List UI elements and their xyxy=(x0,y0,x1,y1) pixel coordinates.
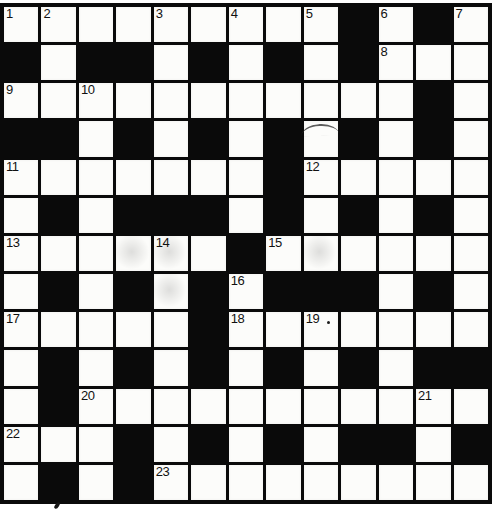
clue-number: 21 xyxy=(418,389,431,404)
cell-r7c2[interactable] xyxy=(41,236,75,271)
clue-number: 18 xyxy=(231,312,244,327)
cell-r8c9-block xyxy=(304,274,338,309)
clue-number: 8 xyxy=(381,45,388,60)
clue-number: 4 xyxy=(231,7,238,22)
clue-number: 22 xyxy=(6,427,19,442)
cell-r9c11[interactable] xyxy=(379,312,413,347)
cell-r12c4-block xyxy=(116,427,150,462)
cell-r11c8[interactable] xyxy=(266,389,300,424)
cell-r8c13[interactable] xyxy=(454,274,488,309)
cell-r11c1[interactable] xyxy=(4,389,38,424)
cell-r3c13[interactable] xyxy=(454,83,488,118)
cell-r7c6[interactable] xyxy=(191,236,225,271)
cell-r3c6[interactable] xyxy=(191,83,225,118)
clue-number: 9 xyxy=(6,83,13,98)
pencil-scribble xyxy=(300,123,338,137)
cell-r6c2-block xyxy=(41,198,75,233)
cell-r8c8-block xyxy=(266,274,300,309)
cell-r2c9[interactable] xyxy=(304,45,338,80)
cell-r7c12[interactable] xyxy=(416,236,450,271)
cell-r12c5[interactable] xyxy=(154,427,188,462)
cell-r11c11[interactable] xyxy=(379,389,413,424)
cell-r9c5[interactable] xyxy=(154,312,188,347)
cell-r4c10-block xyxy=(341,121,375,156)
cell-r1c8[interactable] xyxy=(266,7,300,42)
cell-r6c9[interactable] xyxy=(304,198,338,233)
cell-r13c4-block xyxy=(116,465,150,500)
cell-r11c13[interactable] xyxy=(454,389,488,424)
cell-r10c8-block xyxy=(266,350,300,385)
crossword-grid: 1234567891011121314151617181920212223 xyxy=(0,3,492,504)
cell-r12c10-block xyxy=(341,427,375,462)
cell-r13c6[interactable] xyxy=(191,465,225,500)
cell-r6c6-block xyxy=(191,198,225,233)
cell-r9c12[interactable] xyxy=(416,312,450,347)
cell-r13c11[interactable] xyxy=(379,465,413,500)
clue-number: 12 xyxy=(306,160,319,175)
cell-r11c6[interactable] xyxy=(191,389,225,424)
cell-r9c6-block xyxy=(191,312,225,347)
cell-r7c7-block xyxy=(229,236,263,271)
cell-r10c2-block xyxy=(41,350,75,385)
cell-r2c13[interactable] xyxy=(454,45,488,80)
clue-number: 19 xyxy=(306,312,319,327)
cell-r6c13[interactable] xyxy=(454,198,488,233)
cell-r3c5[interactable] xyxy=(154,83,188,118)
cell-r2c3-block xyxy=(79,45,113,80)
cell-r8c6-block xyxy=(191,274,225,309)
clue-number: 10 xyxy=(81,83,94,98)
cell-r10c5[interactable] xyxy=(154,350,188,385)
cell-r4c6-block xyxy=(191,121,225,156)
cell-r11c7[interactable] xyxy=(229,389,263,424)
cell-r3c10[interactable] xyxy=(341,83,375,118)
cell-r10c11[interactable] xyxy=(379,350,413,385)
cell-r3c2[interactable] xyxy=(41,83,75,118)
cell-r12c11-block xyxy=(379,427,413,462)
cell-r5c1[interactable]: 11 xyxy=(4,160,38,195)
cell-r4c3[interactable] xyxy=(79,121,113,156)
cell-r4c2-block xyxy=(41,121,75,156)
cell-r12c8-block xyxy=(266,427,300,462)
cell-r1c5[interactable]: 3 xyxy=(154,7,188,42)
cell-r12c13-block xyxy=(454,427,488,462)
cell-r1c7[interactable]: 4 xyxy=(229,7,263,42)
cell-r4c1-block xyxy=(4,121,38,156)
clue-number: 1 xyxy=(6,7,13,22)
cell-r4c13[interactable] xyxy=(454,121,488,156)
cell-r12c9[interactable] xyxy=(304,427,338,462)
cell-r3c8[interactable] xyxy=(266,83,300,118)
clue-number: 5 xyxy=(306,7,313,22)
cell-r4c12-block xyxy=(416,121,450,156)
cell-r6c11[interactable] xyxy=(379,198,413,233)
cell-r3c3[interactable]: 10 xyxy=(79,83,113,118)
cell-r3c12-block xyxy=(416,83,450,118)
cell-r2c5[interactable] xyxy=(154,45,188,80)
cell-r6c10-block xyxy=(341,198,375,233)
cell-r5c10[interactable] xyxy=(341,160,375,195)
cell-r8c11[interactable] xyxy=(379,274,413,309)
cell-r7c8[interactable]: 15 xyxy=(266,236,300,271)
clue-number: 17 xyxy=(6,312,19,327)
clue-number: 6 xyxy=(381,7,388,22)
clue-number: 23 xyxy=(156,465,169,480)
cell-r10c3[interactable] xyxy=(79,350,113,385)
cell-r6c4-block xyxy=(116,198,150,233)
cell-r9c4[interactable] xyxy=(116,312,150,347)
clue-number: 2 xyxy=(43,7,50,22)
cell-r2c2[interactable] xyxy=(41,45,75,80)
cell-r2c4-block xyxy=(116,45,150,80)
cell-r9c8[interactable] xyxy=(266,312,300,347)
clue-number: 11 xyxy=(6,160,19,175)
cell-r7c11[interactable] xyxy=(379,236,413,271)
cell-r13c5[interactable]: 23 xyxy=(154,465,188,500)
cell-r1c13[interactable]: 7 xyxy=(454,7,488,42)
clue-number: 3 xyxy=(156,7,163,22)
cell-r5c7[interactable] xyxy=(229,160,263,195)
cell-r5c3[interactable] xyxy=(79,160,113,195)
cell-r2c8-block xyxy=(266,45,300,80)
cell-r6c7[interactable] xyxy=(229,198,263,233)
cell-r4c7[interactable] xyxy=(229,121,263,156)
cell-r7c1[interactable]: 13 xyxy=(4,236,38,271)
cell-r5c12[interactable] xyxy=(416,160,450,195)
cell-r2c10-block xyxy=(341,45,375,80)
cell-r1c2[interactable]: 2 xyxy=(41,7,75,42)
cell-r5c9[interactable]: 12 xyxy=(304,160,338,195)
cell-r9c10[interactable] xyxy=(341,312,375,347)
cell-r13c9[interactable] xyxy=(304,465,338,500)
cell-r2c1-block xyxy=(4,45,38,80)
cell-r11c2-block xyxy=(41,389,75,424)
cell-r4c5[interactable] xyxy=(154,121,188,156)
cell-r7c10[interactable] xyxy=(341,236,375,271)
cell-r9c1[interactable]: 17 xyxy=(4,312,38,347)
cell-r9c2[interactable] xyxy=(41,312,75,347)
cell-r5c2[interactable] xyxy=(41,160,75,195)
cell-r10c9[interactable] xyxy=(304,350,338,385)
cell-r10c4-block xyxy=(116,350,150,385)
cell-r8c7[interactable]: 16 xyxy=(229,274,263,309)
cell-r9c9[interactable]: 19 xyxy=(304,312,338,347)
cell-r7c13[interactable] xyxy=(454,236,488,271)
clue-number: 7 xyxy=(456,7,463,22)
cell-r11c3[interactable]: 20 xyxy=(79,389,113,424)
cell-r13c10[interactable] xyxy=(341,465,375,500)
cell-r13c1[interactable] xyxy=(4,465,38,500)
cell-r11c9[interactable] xyxy=(304,389,338,424)
cell-r1c4[interactable] xyxy=(116,7,150,42)
cell-r5c4[interactable] xyxy=(116,160,150,195)
cell-r1c11[interactable]: 6 xyxy=(379,7,413,42)
cell-r10c12-block xyxy=(416,350,450,385)
cell-r11c10[interactable] xyxy=(341,389,375,424)
cell-r13c3[interactable] xyxy=(79,465,113,500)
cell-r12c1[interactable]: 22 xyxy=(4,427,38,462)
cell-r8c2-block xyxy=(41,274,75,309)
cell-r2c11[interactable]: 8 xyxy=(379,45,413,80)
cell-r4c8-block xyxy=(266,121,300,156)
cell-r7c9[interactable] xyxy=(304,236,338,271)
clue-number: 13 xyxy=(6,236,19,251)
cell-r12c7[interactable] xyxy=(229,427,263,462)
cell-r9c7[interactable]: 18 xyxy=(229,312,263,347)
cell-r3c4[interactable] xyxy=(116,83,150,118)
cell-r3c7[interactable] xyxy=(229,83,263,118)
cell-r13c2-block xyxy=(41,465,75,500)
cell-r12c6-block xyxy=(191,427,225,462)
cell-r9c13[interactable] xyxy=(454,312,488,347)
cell-r3c11[interactable] xyxy=(379,83,413,118)
cell-r3c1[interactable]: 9 xyxy=(4,83,38,118)
cell-r12c2[interactable] xyxy=(41,427,75,462)
cell-r13c7[interactable] xyxy=(229,465,263,500)
cell-r1c10-block xyxy=(341,7,375,42)
cell-r8c1[interactable] xyxy=(4,274,38,309)
cell-r2c6-block xyxy=(191,45,225,80)
cell-r13c12[interactable] xyxy=(416,465,450,500)
cell-r1c3[interactable] xyxy=(79,7,113,42)
cell-r6c5-block xyxy=(154,198,188,233)
cell-r8c10-block xyxy=(341,274,375,309)
cell-r8c5[interactable] xyxy=(154,274,188,309)
cell-r10c1[interactable] xyxy=(4,350,38,385)
cell-r12c12[interactable] xyxy=(416,427,450,462)
cell-r12c3[interactable] xyxy=(79,427,113,462)
cell-r1c1[interactable]: 1 xyxy=(4,7,38,42)
crossword-page: 1234567891011121314151617181920212223 xyxy=(0,0,493,509)
cell-r1c12-block xyxy=(416,7,450,42)
cell-r11c4[interactable] xyxy=(116,389,150,424)
cell-r5c5[interactable] xyxy=(154,160,188,195)
cell-r7c3[interactable] xyxy=(79,236,113,271)
clue-number: 14 xyxy=(156,236,169,251)
cell-r9c3[interactable] xyxy=(79,312,113,347)
cell-r1c9[interactable]: 5 xyxy=(304,7,338,42)
cell-r8c12-block xyxy=(416,274,450,309)
cell-r5c6[interactable] xyxy=(191,160,225,195)
cell-r2c7[interactable] xyxy=(229,45,263,80)
cell-r5c13[interactable] xyxy=(454,160,488,195)
cell-r13c13[interactable] xyxy=(454,465,488,500)
cell-r8c4-block xyxy=(116,274,150,309)
cell-r8c3[interactable] xyxy=(79,274,113,309)
cell-r1c6[interactable] xyxy=(191,7,225,42)
cell-r6c12-block xyxy=(416,198,450,233)
clue-number: 20 xyxy=(81,389,94,404)
cell-r4c11[interactable] xyxy=(379,121,413,156)
cell-r7c4[interactable] xyxy=(116,236,150,271)
clue-number: 15 xyxy=(268,236,281,251)
stray-dot xyxy=(327,321,330,324)
cell-r4c9[interactable] xyxy=(304,121,338,156)
cell-r10c10-block xyxy=(341,350,375,385)
cell-r6c1[interactable] xyxy=(4,198,38,233)
cell-r11c5[interactable] xyxy=(154,389,188,424)
cell-r10c13-block xyxy=(454,350,488,385)
cell-r6c8-block xyxy=(266,198,300,233)
cell-r10c7[interactable] xyxy=(229,350,263,385)
cell-r2c12[interactable] xyxy=(416,45,450,80)
clue-number: 16 xyxy=(231,274,244,289)
cell-r13c8[interactable] xyxy=(266,465,300,500)
cell-r6c3[interactable] xyxy=(79,198,113,233)
cell-r3c9[interactable] xyxy=(304,83,338,118)
cell-r10c6-block xyxy=(191,350,225,385)
cell-r5c8-block xyxy=(266,160,300,195)
cell-r11c12[interactable]: 21 xyxy=(416,389,450,424)
cell-r5c11[interactable] xyxy=(379,160,413,195)
cell-r7c5[interactable]: 14 xyxy=(154,236,188,271)
cell-r4c4-block xyxy=(116,121,150,156)
